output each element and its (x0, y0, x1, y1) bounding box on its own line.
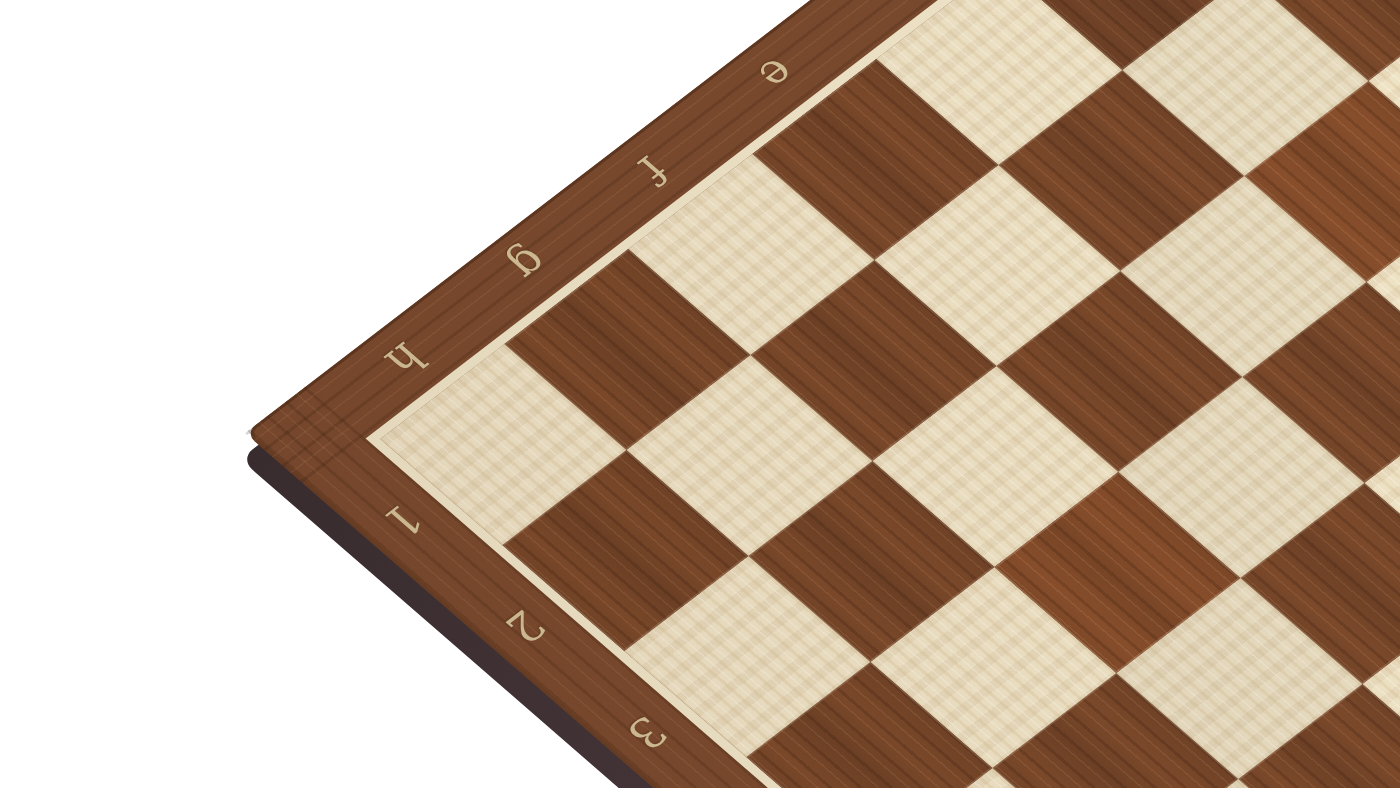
chess-board: efgh 123 (245, 0, 1400, 788)
product-photo-background: efgh 123 (0, 0, 1400, 788)
